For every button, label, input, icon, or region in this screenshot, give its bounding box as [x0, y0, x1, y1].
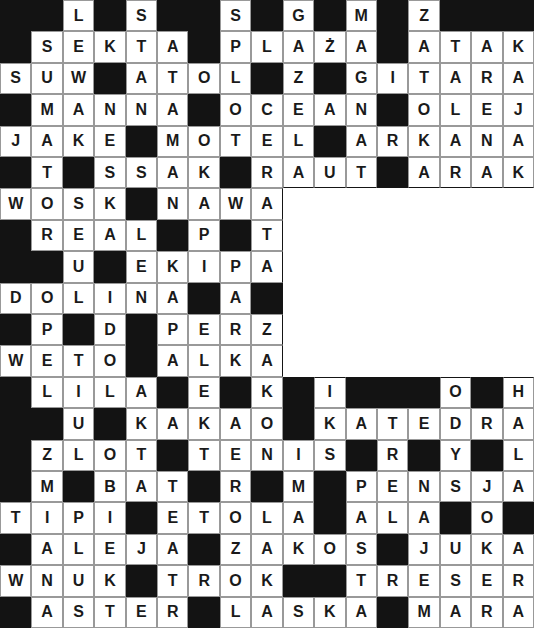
letter-cell: P: [220, 251, 251, 282]
letter-cell: S: [126, 0, 157, 31]
black-cell: [283, 408, 314, 439]
letter-cell: A: [31, 534, 62, 565]
letter-cell: A: [251, 251, 282, 282]
letter-cell: L: [94, 377, 125, 408]
letter-cell: T: [377, 408, 408, 439]
black-cell: [314, 502, 345, 533]
black-cell: [220, 377, 251, 408]
letter-cell: A: [63, 94, 94, 125]
letter-cell: L: [63, 440, 94, 471]
letter-cell: Z: [31, 440, 62, 471]
letter-cell: S: [126, 157, 157, 188]
letter-cell: A: [346, 126, 377, 157]
letter-cell: K: [94, 188, 125, 219]
letter-cell: I: [188, 251, 219, 282]
letter-cell: A: [346, 597, 377, 628]
black-cell: [157, 377, 188, 408]
letter-cell: R: [440, 157, 471, 188]
black-cell: [283, 377, 314, 408]
letter-cell: M: [31, 471, 62, 502]
black-cell: [251, 63, 282, 94]
letter-cell: O: [31, 283, 62, 314]
letter-cell: W: [0, 345, 31, 376]
black-cell: [126, 188, 157, 219]
void-cell: [283, 283, 314, 314]
letter-cell: L: [63, 0, 94, 31]
letter-cell: N: [408, 471, 439, 502]
letter-cell: O: [188, 126, 219, 157]
void-cell: [377, 283, 408, 314]
black-cell: [283, 565, 314, 596]
black-cell: [314, 565, 345, 596]
letter-cell: E: [471, 565, 502, 596]
letter-cell: L: [283, 126, 314, 157]
black-cell: [31, 251, 62, 282]
letter-cell: A: [408, 31, 439, 62]
void-cell: [283, 251, 314, 282]
letter-cell: G: [346, 63, 377, 94]
black-cell: [377, 31, 408, 62]
black-cell: [0, 31, 31, 62]
letter-cell: A: [188, 188, 219, 219]
letter-cell: O: [31, 188, 62, 219]
letter-cell: T: [126, 31, 157, 62]
letter-cell: P: [31, 314, 62, 345]
void-cell: [377, 188, 408, 219]
letter-cell: T: [251, 220, 282, 251]
letter-cell: O: [220, 565, 251, 596]
letter-cell: U: [63, 408, 94, 439]
letter-cell: A: [157, 283, 188, 314]
letter-cell: E: [63, 220, 94, 251]
letter-cell: K: [126, 408, 157, 439]
letter-cell: K: [220, 345, 251, 376]
black-cell: [314, 63, 345, 94]
void-cell: [471, 283, 502, 314]
letter-cell: H: [503, 377, 534, 408]
crossword-page: LSSGMZSEKTAPLAŻAATAKSUWATOLZGITARAMANNAO…: [0, 0, 534, 628]
letter-cell: K: [251, 565, 282, 596]
letter-cell: K: [94, 31, 125, 62]
black-cell: [188, 283, 219, 314]
letter-cell: E: [283, 94, 314, 125]
black-cell: [408, 440, 439, 471]
black-cell: [0, 440, 31, 471]
void-cell: [503, 283, 534, 314]
black-cell: [94, 251, 125, 282]
letter-cell: R: [377, 565, 408, 596]
void-cell: [408, 220, 439, 251]
letter-cell: A: [503, 126, 534, 157]
letter-cell: E: [377, 471, 408, 502]
letter-cell: R: [188, 565, 219, 596]
letter-cell: L: [220, 597, 251, 628]
black-cell: [157, 220, 188, 251]
letter-cell: A: [408, 157, 439, 188]
void-cell: [471, 251, 502, 282]
letter-cell: A: [283, 502, 314, 533]
letter-cell: N: [157, 188, 188, 219]
black-cell: [503, 0, 534, 31]
void-cell: [314, 283, 345, 314]
letter-cell: Y: [440, 440, 471, 471]
letter-cell: P: [220, 31, 251, 62]
letter-cell: R: [220, 471, 251, 502]
black-cell: [94, 0, 125, 31]
void-cell: [503, 251, 534, 282]
void-cell: [471, 220, 502, 251]
black-cell: [0, 157, 31, 188]
letter-cell: S: [314, 440, 345, 471]
letter-cell: U: [63, 251, 94, 282]
letter-cell: E: [126, 597, 157, 628]
letter-cell: I: [314, 377, 345, 408]
void-cell: [408, 188, 439, 219]
letter-cell: K: [503, 31, 534, 62]
void-cell: [503, 345, 534, 376]
letter-cell: E: [157, 502, 188, 533]
letter-cell: B: [94, 471, 125, 502]
letter-cell: W: [0, 188, 31, 219]
void-cell: [283, 220, 314, 251]
letter-cell: M: [283, 471, 314, 502]
letter-cell: K: [188, 408, 219, 439]
void-cell: [440, 188, 471, 219]
letter-cell: D: [94, 314, 125, 345]
letter-cell: K: [408, 126, 439, 157]
letter-cell: R: [157, 597, 188, 628]
letter-cell: A: [314, 94, 345, 125]
letter-cell: K: [94, 565, 125, 596]
letter-cell: E: [471, 94, 502, 125]
letter-cell: I: [63, 377, 94, 408]
letter-cell: K: [157, 251, 188, 282]
letter-cell: U: [63, 565, 94, 596]
letter-cell: G: [283, 0, 314, 31]
letter-cell: M: [408, 597, 439, 628]
letter-cell: A: [157, 94, 188, 125]
letter-cell: A: [283, 31, 314, 62]
void-cell: [346, 220, 377, 251]
letter-cell: I: [377, 63, 408, 94]
letter-cell: R: [377, 440, 408, 471]
letter-cell: S: [283, 597, 314, 628]
void-cell: [471, 345, 502, 376]
black-cell: [0, 408, 31, 439]
black-cell: [126, 126, 157, 157]
letter-cell: A: [251, 534, 282, 565]
letter-cell: O: [314, 534, 345, 565]
void-cell: [346, 314, 377, 345]
black-cell: [346, 440, 377, 471]
letter-cell: J: [126, 534, 157, 565]
black-cell: [0, 94, 31, 125]
black-cell: [314, 126, 345, 157]
letter-cell: L: [63, 534, 94, 565]
letter-cell: T: [408, 63, 439, 94]
void-cell: [440, 314, 471, 345]
letter-cell: I: [283, 440, 314, 471]
letter-cell: A: [440, 597, 471, 628]
letter-cell: S: [63, 597, 94, 628]
letter-cell: R: [471, 408, 502, 439]
letter-cell: N: [126, 283, 157, 314]
letter-cell: D: [440, 408, 471, 439]
black-cell: [503, 502, 534, 533]
letter-cell: A: [126, 471, 157, 502]
letter-cell: Z: [220, 534, 251, 565]
letter-cell: A: [283, 157, 314, 188]
letter-cell: K: [251, 377, 282, 408]
letter-cell: A: [251, 597, 282, 628]
letter-cell: W: [63, 63, 94, 94]
letter-cell: L: [440, 94, 471, 125]
letter-cell: O: [94, 440, 125, 471]
letter-cell: L: [220, 63, 251, 94]
black-cell: [440, 502, 471, 533]
letter-cell: A: [503, 471, 534, 502]
black-cell: [251, 283, 282, 314]
letter-cell: I: [94, 502, 125, 533]
letter-cell: L: [126, 220, 157, 251]
letter-cell: P: [63, 502, 94, 533]
letter-cell: L: [251, 31, 282, 62]
letter-cell: T: [220, 126, 251, 157]
void-cell: [408, 314, 439, 345]
letter-cell: E: [188, 314, 219, 345]
black-cell: [471, 440, 502, 471]
black-cell: [0, 471, 31, 502]
letter-cell: A: [503, 408, 534, 439]
letter-cell: E: [220, 440, 251, 471]
letter-cell: E: [94, 534, 125, 565]
void-cell: [377, 345, 408, 376]
letter-cell: E: [251, 126, 282, 157]
letter-cell: A: [346, 502, 377, 533]
letter-cell: I: [94, 283, 125, 314]
letter-cell: E: [188, 377, 219, 408]
letter-cell: A: [471, 31, 502, 62]
black-cell: [188, 0, 219, 31]
letter-cell: N: [251, 440, 282, 471]
letter-cell: A: [471, 157, 502, 188]
letter-cell: T: [94, 597, 125, 628]
letter-cell: J: [471, 471, 502, 502]
black-cell: [220, 220, 251, 251]
void-cell: [314, 220, 345, 251]
black-cell: [157, 0, 188, 31]
letter-cell: A: [31, 126, 62, 157]
void-cell: [440, 345, 471, 376]
void-cell: [346, 345, 377, 376]
letter-cell: O: [440, 377, 471, 408]
letter-cell: T: [0, 502, 31, 533]
letter-cell: Z: [251, 314, 282, 345]
letter-cell: A: [157, 157, 188, 188]
letter-cell: T: [188, 502, 219, 533]
letter-cell: S: [440, 471, 471, 502]
letter-cell: O: [471, 502, 502, 533]
letter-cell: K: [63, 126, 94, 157]
letter-cell: A: [408, 502, 439, 533]
letter-cell: A: [126, 63, 157, 94]
black-cell: [63, 471, 94, 502]
black-cell: [377, 534, 408, 565]
letter-cell: K: [503, 157, 534, 188]
letter-cell: E: [408, 408, 439, 439]
black-cell: [471, 0, 502, 31]
void-cell: [314, 188, 345, 219]
letter-cell: M: [157, 126, 188, 157]
black-cell: [126, 345, 157, 376]
black-cell: [31, 408, 62, 439]
letter-cell: K: [314, 408, 345, 439]
letter-cell: T: [157, 471, 188, 502]
letter-cell: N: [126, 94, 157, 125]
letter-cell: A: [157, 345, 188, 376]
black-cell: [440, 0, 471, 31]
letter-cell: A: [503, 597, 534, 628]
letter-cell: K: [283, 534, 314, 565]
letter-cell: L: [251, 502, 282, 533]
letter-cell: N: [346, 94, 377, 125]
letter-cell: T: [31, 157, 62, 188]
black-cell: [251, 0, 282, 31]
void-cell: [346, 283, 377, 314]
letter-cell: E: [126, 251, 157, 282]
letter-cell: T: [346, 157, 377, 188]
letter-cell: E: [63, 31, 94, 62]
void-cell: [283, 314, 314, 345]
letter-cell: S: [220, 0, 251, 31]
letter-cell: O: [220, 94, 251, 125]
letter-cell: P: [157, 314, 188, 345]
letter-cell: C: [251, 94, 282, 125]
letter-cell: T: [63, 345, 94, 376]
void-cell: [440, 283, 471, 314]
letter-cell: S: [346, 534, 377, 565]
letter-cell: A: [157, 534, 188, 565]
letter-cell: U: [31, 63, 62, 94]
letter-cell: Z: [408, 0, 439, 31]
letter-cell: K: [314, 597, 345, 628]
letter-cell: J: [0, 126, 31, 157]
letter-cell: T: [157, 63, 188, 94]
letter-cell: M: [346, 0, 377, 31]
letter-cell: A: [220, 408, 251, 439]
letter-cell: O: [94, 345, 125, 376]
black-cell: [0, 0, 31, 31]
letter-cell: N: [94, 94, 125, 125]
letter-cell: S: [31, 31, 62, 62]
letter-cell: L: [377, 502, 408, 533]
letter-cell: K: [471, 534, 502, 565]
letter-cell: W: [220, 188, 251, 219]
black-cell: [157, 440, 188, 471]
letter-cell: R: [31, 220, 62, 251]
black-cell: [188, 31, 219, 62]
letter-cell: A: [94, 220, 125, 251]
black-cell: [377, 377, 408, 408]
letter-cell: O: [220, 502, 251, 533]
black-cell: [0, 251, 31, 282]
black-cell: [188, 471, 219, 502]
letter-cell: Ż: [314, 31, 345, 62]
letter-cell: L: [188, 345, 219, 376]
letter-cell: R: [251, 157, 282, 188]
black-cell: [220, 157, 251, 188]
black-cell: [251, 471, 282, 502]
letter-cell: R: [503, 565, 534, 596]
letter-cell: O: [188, 63, 219, 94]
void-cell: [377, 220, 408, 251]
black-cell: [377, 94, 408, 125]
void-cell: [314, 314, 345, 345]
void-cell: [346, 188, 377, 219]
letter-cell: R: [471, 597, 502, 628]
letter-cell: R: [471, 63, 502, 94]
void-cell: [346, 251, 377, 282]
letter-cell: T: [126, 440, 157, 471]
black-cell: [0, 314, 31, 345]
black-cell: [126, 314, 157, 345]
black-cell: [471, 377, 502, 408]
letter-cell: T: [346, 565, 377, 596]
letter-cell: T: [188, 440, 219, 471]
letter-cell: J: [503, 94, 534, 125]
void-cell: [440, 251, 471, 282]
black-cell: [63, 314, 94, 345]
black-cell: [408, 377, 439, 408]
letter-cell: W: [0, 565, 31, 596]
letter-cell: L: [31, 377, 62, 408]
letter-cell: K: [188, 157, 219, 188]
letter-cell: A: [31, 597, 62, 628]
void-cell: [471, 314, 502, 345]
black-cell: [188, 597, 219, 628]
letter-cell: O: [251, 408, 282, 439]
void-cell: [377, 251, 408, 282]
letter-cell: P: [188, 220, 219, 251]
letter-cell: A: [157, 408, 188, 439]
letter-cell: U: [314, 157, 345, 188]
letter-cell: A: [220, 283, 251, 314]
letter-cell: A: [503, 534, 534, 565]
black-cell: [314, 0, 345, 31]
letter-cell: A: [251, 188, 282, 219]
letter-cell: U: [440, 534, 471, 565]
letter-cell: S: [63, 188, 94, 219]
black-cell: [0, 534, 31, 565]
black-cell: [126, 502, 157, 533]
black-cell: [377, 157, 408, 188]
letter-cell: A: [126, 377, 157, 408]
black-cell: [0, 220, 31, 251]
black-cell: [94, 63, 125, 94]
letter-cell: A: [346, 31, 377, 62]
letter-cell: S: [0, 63, 31, 94]
letter-cell: O: [408, 94, 439, 125]
letter-cell: T: [440, 31, 471, 62]
black-cell: [31, 0, 62, 31]
letter-cell: A: [251, 345, 282, 376]
letter-cell: E: [408, 565, 439, 596]
letter-cell: E: [31, 345, 62, 376]
letter-cell: D: [0, 283, 31, 314]
letter-cell: S: [440, 565, 471, 596]
void-cell: [503, 314, 534, 345]
void-cell: [503, 188, 534, 219]
